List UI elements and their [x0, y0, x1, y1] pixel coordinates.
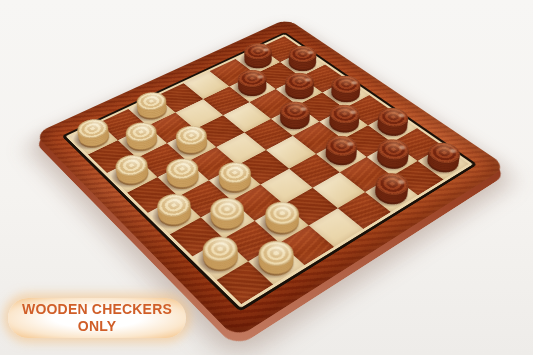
light-checker-6-5 — [255, 204, 309, 242]
light-checker-4-5 — [209, 165, 261, 200]
dark-checker-3-2 — [271, 105, 319, 136]
dark-checker-5-2 — [316, 139, 367, 172]
checkers-board — [34, 18, 507, 338]
caption-line-1: WOODEN CHECKERS — [22, 301, 172, 319]
board-pieces — [69, 36, 469, 304]
light-checker-0-5 — [128, 96, 175, 126]
caption-badge: WOODEN CHECKERS ONLY — [8, 298, 186, 338]
light-checker-2-5 — [167, 129, 216, 161]
light-checker-5-6 — [201, 200, 255, 238]
caption-line-2: ONLY — [78, 318, 116, 336]
dark-checker-1-2 — [229, 74, 275, 102]
product-photo-stage: WOODEN CHECKERS ONLY — [0, 0, 533, 355]
dark-checker-4-1 — [319, 108, 368, 139]
